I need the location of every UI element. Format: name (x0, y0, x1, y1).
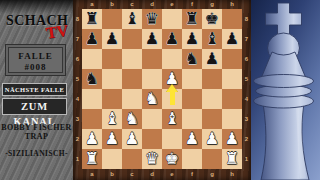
square-a1: ♜ (82, 149, 102, 169)
square-a8: ♜ (82, 9, 102, 29)
white-king-3d-icon (246, 0, 320, 180)
file-label-e: e (162, 171, 182, 178)
arrow-head-icon (166, 84, 178, 92)
episode-badge-inner: FALLE #008 (8, 47, 63, 73)
black-bishop-c8: ♝ (122, 9, 142, 29)
square-b1 (102, 149, 122, 169)
square-c6 (122, 49, 142, 69)
white-pawn-f2: ♟ (182, 129, 202, 149)
square-c1 (122, 149, 142, 169)
channel-logo-tv: TV (45, 22, 70, 43)
rank-label-7: 7 (74, 29, 81, 49)
white-bishop-b3: ♝ (102, 109, 122, 129)
square-b6 (102, 49, 122, 69)
square-c5 (122, 69, 142, 89)
next-trap-button[interactable]: NÄCHSTE FALLE (2, 83, 67, 96)
square-g1 (202, 149, 222, 169)
white-pawn-b2: ♟ (102, 129, 122, 149)
square-h7: ♟ (222, 29, 242, 49)
square-c7 (122, 29, 142, 49)
file-labels-top: abcdefgh (82, 1, 242, 8)
white-pawn-c2: ♟ (122, 129, 142, 149)
black-pawn-h7: ♟ (222, 29, 242, 49)
black-bishop-g7: ♝ (202, 29, 222, 49)
square-f3 (182, 109, 202, 129)
rank-label-1: 1 (74, 149, 81, 169)
black-queen-d8: ♛ (142, 9, 162, 29)
square-d6 (142, 49, 162, 69)
video-subtitle: -SIZILIANISCH- (0, 149, 73, 158)
thumbnail-stage: SCHACH TV FALLE #008 NÄCHSTE FALLE ZUM K… (0, 0, 320, 180)
square-d1: ♛ (142, 149, 162, 169)
white-pawn-g2: ♟ (202, 129, 222, 149)
chess-board: abcdefgh abcdefgh 87654321 87654321 ♜♝♛♜… (73, 0, 251, 180)
square-a2: ♟ (82, 129, 102, 149)
file-label-f: f (182, 1, 202, 8)
file-label-e: e (162, 1, 182, 8)
square-g4 (202, 89, 222, 109)
file-label-a: a (82, 1, 102, 8)
file-label-g: g (202, 1, 222, 8)
white-knight-c3: ♞ (122, 109, 142, 129)
rank-labels-left: 87654321 (74, 9, 81, 169)
last-move-arrow (166, 84, 178, 106)
square-b7: ♟ (102, 29, 122, 49)
white-bishop-e3: ♝ (162, 109, 182, 129)
square-g8: ♚ (202, 9, 222, 29)
square-h4 (222, 89, 242, 109)
file-label-c: c (122, 1, 142, 8)
square-e1: ♚ (162, 149, 182, 169)
rank-label-6: 6 (74, 49, 81, 69)
square-f4 (182, 89, 202, 109)
white-knight-d4: ♞ (142, 89, 162, 109)
file-label-d: d (142, 1, 162, 8)
square-h2: ♟ (222, 129, 242, 149)
square-h1: ♜ (222, 149, 242, 169)
episode-badge-line2: #008 (9, 62, 62, 73)
square-f2: ♟ (182, 129, 202, 149)
square-h5 (222, 69, 242, 89)
episode-badge: FALLE #008 (5, 44, 66, 76)
white-rook-a1: ♜ (82, 149, 102, 169)
file-label-h: h (222, 171, 242, 178)
file-label-g: g (202, 171, 222, 178)
file-label-f: f (182, 171, 202, 178)
square-a4 (82, 89, 102, 109)
file-label-d: d (142, 171, 162, 178)
video-title: BOBBY FISCHER TRAP (0, 123, 73, 141)
square-h6 (222, 49, 242, 69)
black-pawn-g6: ♟ (202, 49, 222, 69)
square-b4 (102, 89, 122, 109)
sidebar: SCHACH TV FALLE #008 NÄCHSTE FALLE ZUM K… (0, 0, 73, 180)
square-g3 (202, 109, 222, 129)
rank-label-3: 3 (74, 109, 81, 129)
square-d2 (142, 129, 162, 149)
video-title-line1: BOBBY FISCHER (0, 123, 73, 132)
black-pawn-d7: ♟ (142, 29, 162, 49)
square-g7: ♝ (202, 29, 222, 49)
square-e7: ♟ (162, 29, 182, 49)
episode-badge-line1: FALLE (9, 51, 62, 62)
white-pawn-h2: ♟ (222, 129, 242, 149)
square-g5 (202, 69, 222, 89)
white-pawn-a2: ♟ (82, 129, 102, 149)
file-label-b: b (102, 171, 122, 178)
square-h8 (222, 9, 242, 29)
square-e6 (162, 49, 182, 69)
black-knight-f6: ♞ (182, 49, 202, 69)
square-b8 (102, 9, 122, 29)
file-label-c: c (122, 171, 142, 178)
file-label-a: a (82, 171, 102, 178)
file-labels-bottom: abcdefgh (82, 171, 242, 178)
square-b2: ♟ (102, 129, 122, 149)
square-e3: ♝ (162, 109, 182, 129)
square-c4 (122, 89, 142, 109)
square-c8: ♝ (122, 9, 142, 29)
square-a6 (82, 49, 102, 69)
square-c3: ♞ (122, 109, 142, 129)
black-king-g8: ♚ (202, 9, 222, 29)
rank-label-8: 8 (74, 9, 81, 29)
black-pawn-f7: ♟ (182, 29, 202, 49)
black-knight-a5: ♞ (82, 69, 102, 89)
square-e8 (162, 9, 182, 29)
square-c2: ♟ (122, 129, 142, 149)
square-d4: ♞ (142, 89, 162, 109)
square-b5 (102, 69, 122, 89)
black-pawn-e7: ♟ (162, 29, 182, 49)
square-a7: ♟ (82, 29, 102, 49)
square-a5: ♞ (82, 69, 102, 89)
video-title-line2: TRAP (0, 132, 73, 141)
square-f7: ♟ (182, 29, 202, 49)
black-rook-a8: ♜ (82, 9, 102, 29)
white-rook-h1: ♜ (222, 149, 242, 169)
square-f1 (182, 149, 202, 169)
square-g6: ♟ (202, 49, 222, 69)
white-king-e1: ♚ (162, 149, 182, 169)
arrow-shaft (170, 92, 175, 105)
black-pawn-b7: ♟ (102, 29, 122, 49)
square-b3: ♝ (102, 109, 122, 129)
rank-label-4: 4 (74, 89, 81, 109)
square-d3 (142, 109, 162, 129)
square-d7: ♟ (142, 29, 162, 49)
square-f6: ♞ (182, 49, 202, 69)
black-rook-f8: ♜ (182, 9, 202, 29)
black-pawn-a7: ♟ (82, 29, 102, 49)
channel-logo: SCHACH TV (5, 13, 71, 45)
square-d5 (142, 69, 162, 89)
file-label-h: h (222, 1, 242, 8)
square-f8: ♜ (182, 9, 202, 29)
square-a3 (82, 109, 102, 129)
square-g2: ♟ (202, 129, 222, 149)
square-e2 (162, 129, 182, 149)
square-f5 (182, 69, 202, 89)
square-h3 (222, 109, 242, 129)
white-queen-d1: ♛ (142, 149, 162, 169)
board-squares: ♜♝♛♜♚♟♟♟♟♟♝♟♞♟♞♟♞♝♞♝♟♟♟♟♟♟♜♛♚♜ (82, 9, 242, 169)
rank-label-5: 5 (74, 69, 81, 89)
rank-label-2: 2 (74, 129, 81, 149)
file-label-b: b (102, 1, 122, 8)
channel-link-button[interactable]: ZUM KANAL (2, 98, 67, 115)
square-d8: ♛ (142, 9, 162, 29)
